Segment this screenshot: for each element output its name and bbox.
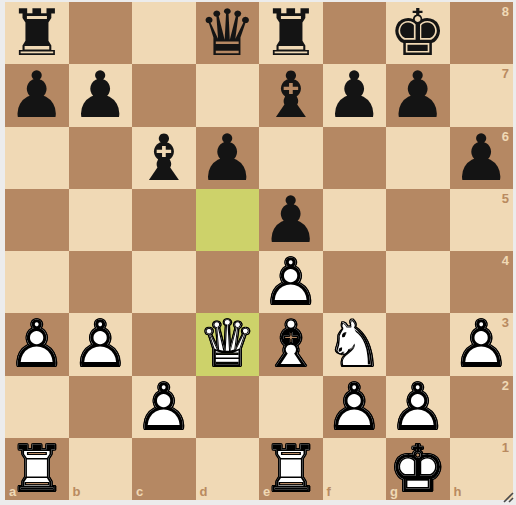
coordinate-rank-4: 4 bbox=[502, 254, 509, 267]
white-pawn[interactable]: ♟♙ bbox=[69, 313, 133, 375]
coordinate-rank-3: 3 bbox=[502, 316, 509, 329]
coordinate-file-a: a bbox=[9, 485, 16, 498]
square-f2[interactable]: ♟♙ bbox=[323, 376, 387, 438]
square-d1[interactable]: d bbox=[196, 438, 260, 500]
square-e1[interactable]: ♜♖e bbox=[259, 438, 323, 500]
square-d6[interactable]: ♟ bbox=[196, 127, 260, 189]
chess-board: ♜♛♜♚8♟♟♝♟♟7♝♟♟6♟5♟♙4♟♙♟♙♛♕♝♗♞♘♟♙3♟♙♟♙♟♙2… bbox=[5, 2, 513, 500]
square-g2[interactable]: ♟♙ bbox=[386, 376, 450, 438]
coordinate-rank-6: 6 bbox=[502, 130, 509, 143]
square-b2[interactable] bbox=[69, 376, 133, 438]
coordinate-file-h: h bbox=[454, 485, 462, 498]
square-d3[interactable]: ♛♕ bbox=[196, 313, 260, 375]
square-b8[interactable] bbox=[69, 2, 133, 64]
square-g7[interactable]: ♟ bbox=[386, 64, 450, 126]
square-a8[interactable]: ♜ bbox=[5, 2, 69, 64]
square-f1[interactable]: f bbox=[323, 438, 387, 500]
square-b3[interactable]: ♟♙ bbox=[69, 313, 133, 375]
black-pawn[interactable]: ♟ bbox=[69, 64, 133, 126]
square-b1[interactable]: b bbox=[69, 438, 133, 500]
square-a4[interactable] bbox=[5, 251, 69, 313]
coordinate-file-e: e bbox=[263, 485, 270, 498]
white-knight[interactable]: ♞♘ bbox=[323, 313, 387, 375]
square-c1[interactable]: c bbox=[132, 438, 196, 500]
square-g1[interactable]: ♚♔g bbox=[386, 438, 450, 500]
square-h4[interactable]: 4 bbox=[450, 251, 514, 313]
square-f5[interactable] bbox=[323, 189, 387, 251]
square-a3[interactable]: ♟♙ bbox=[5, 313, 69, 375]
black-king[interactable]: ♚ bbox=[386, 2, 450, 64]
square-e8[interactable]: ♜ bbox=[259, 2, 323, 64]
square-c4[interactable] bbox=[132, 251, 196, 313]
square-g8[interactable]: ♚ bbox=[386, 2, 450, 64]
coordinate-file-d: d bbox=[200, 485, 208, 498]
white-pawn[interactable]: ♟♙ bbox=[5, 313, 69, 375]
square-b4[interactable] bbox=[69, 251, 133, 313]
square-h5[interactable]: 5 bbox=[450, 189, 514, 251]
square-c5[interactable] bbox=[132, 189, 196, 251]
black-rook[interactable]: ♜ bbox=[259, 2, 323, 64]
black-pawn[interactable]: ♟ bbox=[196, 127, 260, 189]
white-bishop[interactable]: ♝♗ bbox=[259, 313, 323, 375]
square-e3[interactable]: ♝♗ bbox=[259, 313, 323, 375]
square-a5[interactable] bbox=[5, 189, 69, 251]
square-g4[interactable] bbox=[386, 251, 450, 313]
square-e4[interactable]: ♟♙ bbox=[259, 251, 323, 313]
square-b5[interactable] bbox=[69, 189, 133, 251]
square-b6[interactable] bbox=[69, 127, 133, 189]
coordinate-file-g: g bbox=[390, 485, 398, 498]
square-d4[interactable] bbox=[196, 251, 260, 313]
black-pawn[interactable]: ♟ bbox=[386, 64, 450, 126]
coordinate-file-c: c bbox=[136, 485, 143, 498]
square-d7[interactable] bbox=[196, 64, 260, 126]
white-pawn[interactable]: ♟♙ bbox=[386, 376, 450, 438]
square-c6[interactable]: ♝ bbox=[132, 127, 196, 189]
square-d8[interactable]: ♛ bbox=[196, 2, 260, 64]
square-h6[interactable]: ♟6 bbox=[450, 127, 514, 189]
white-queen[interactable]: ♛♕ bbox=[196, 313, 260, 375]
square-f7[interactable]: ♟ bbox=[323, 64, 387, 126]
black-bishop[interactable]: ♝ bbox=[132, 127, 196, 189]
square-g3[interactable] bbox=[386, 313, 450, 375]
black-pawn[interactable]: ♟ bbox=[5, 64, 69, 126]
square-d5[interactable] bbox=[196, 189, 260, 251]
square-a1[interactable]: ♜♖a bbox=[5, 438, 69, 500]
square-a2[interactable] bbox=[5, 376, 69, 438]
coordinate-file-b: b bbox=[73, 485, 81, 498]
square-f8[interactable] bbox=[323, 2, 387, 64]
square-f4[interactable] bbox=[323, 251, 387, 313]
white-pawn[interactable]: ♟♙ bbox=[323, 376, 387, 438]
square-e2[interactable] bbox=[259, 376, 323, 438]
square-c3[interactable] bbox=[132, 313, 196, 375]
square-f6[interactable] bbox=[323, 127, 387, 189]
coordinate-rank-8: 8 bbox=[502, 5, 509, 18]
coordinate-rank-1: 1 bbox=[502, 441, 509, 454]
square-h7[interactable]: 7 bbox=[450, 64, 514, 126]
square-g6[interactable] bbox=[386, 127, 450, 189]
black-queen[interactable]: ♛ bbox=[196, 2, 260, 64]
black-rook[interactable]: ♜ bbox=[5, 2, 69, 64]
coordinate-rank-5: 5 bbox=[502, 192, 509, 205]
coordinate-rank-2: 2 bbox=[502, 379, 509, 392]
white-pawn[interactable]: ♟♙ bbox=[132, 376, 196, 438]
square-a7[interactable]: ♟ bbox=[5, 64, 69, 126]
resize-handle-icon[interactable] bbox=[500, 489, 514, 503]
square-c7[interactable] bbox=[132, 64, 196, 126]
square-c2[interactable]: ♟♙ bbox=[132, 376, 196, 438]
square-h2[interactable]: 2 bbox=[450, 376, 514, 438]
black-pawn[interactable]: ♟ bbox=[259, 189, 323, 251]
square-h8[interactable]: 8 bbox=[450, 2, 514, 64]
square-e5[interactable]: ♟ bbox=[259, 189, 323, 251]
square-b7[interactable]: ♟ bbox=[69, 64, 133, 126]
square-h3[interactable]: ♟♙3 bbox=[450, 313, 514, 375]
square-a6[interactable] bbox=[5, 127, 69, 189]
square-e7[interactable]: ♝ bbox=[259, 64, 323, 126]
square-f3[interactable]: ♞♘ bbox=[323, 313, 387, 375]
coordinate-file-f: f bbox=[327, 485, 331, 498]
black-pawn[interactable]: ♟ bbox=[323, 64, 387, 126]
black-bishop[interactable]: ♝ bbox=[259, 64, 323, 126]
square-c8[interactable] bbox=[132, 2, 196, 64]
white-pawn[interactable]: ♟♙ bbox=[259, 251, 323, 313]
square-d2[interactable] bbox=[196, 376, 260, 438]
square-e6[interactable] bbox=[259, 127, 323, 189]
square-g5[interactable] bbox=[386, 189, 450, 251]
coordinate-rank-7: 7 bbox=[502, 67, 509, 80]
